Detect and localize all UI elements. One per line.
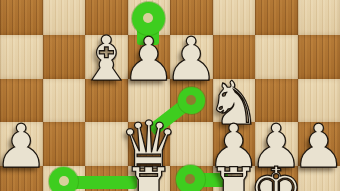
piece-white-pawn-h2[interactable]: ♟: [298, 124, 340, 167]
chess-app-screen: ♝♟♟♞♟♛♟♟♟♜♜♚: [0, 0, 340, 191]
piece-white-rook-d1[interactable]: ♜: [128, 168, 171, 191]
piece-white-king-g1[interactable]: ♚: [255, 168, 298, 191]
piece-white-pawn-a2[interactable]: ♟: [0, 124, 43, 167]
chess-pieces: ♝♟♟♞♟♛♟♟♟♜♜♚: [0, 0, 340, 191]
